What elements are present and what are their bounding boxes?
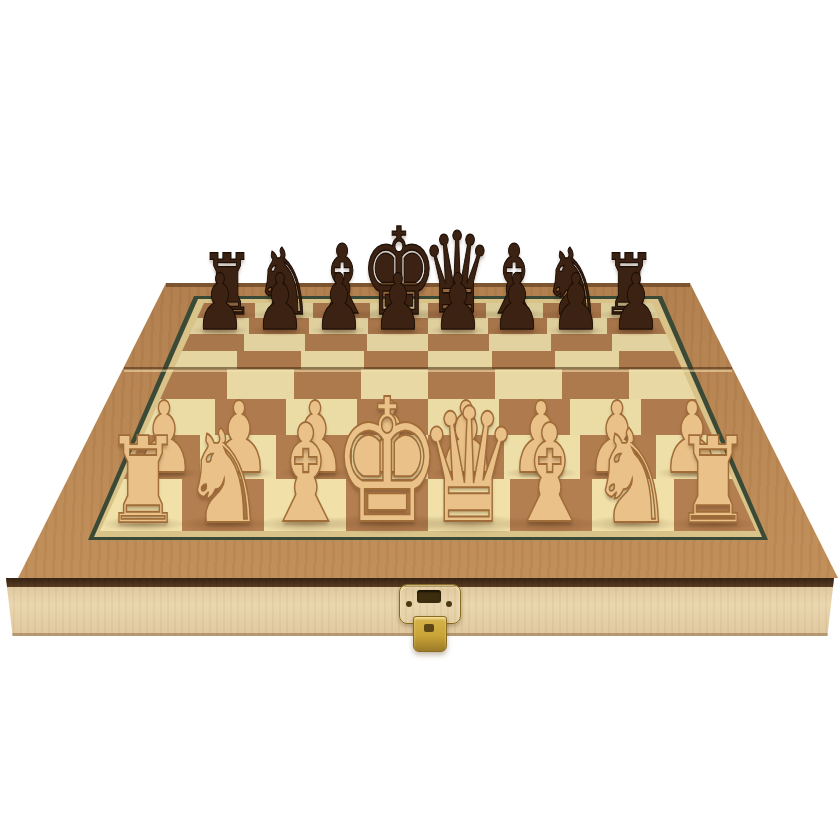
square-a1 — [100, 479, 182, 531]
square-b4 — [227, 369, 294, 399]
square-d1 — [346, 479, 428, 531]
square-f3 — [499, 399, 570, 435]
board-row-rank8 — [197, 303, 659, 318]
square-d6 — [367, 334, 428, 351]
square-f2 — [504, 435, 580, 479]
fold-seam — [124, 367, 732, 372]
square-g3 — [570, 399, 641, 435]
square-d8 — [370, 303, 428, 318]
square-e6 — [428, 334, 489, 351]
square-g4 — [562, 369, 629, 399]
square-f6 — [489, 334, 550, 351]
square-h7 — [607, 318, 667, 334]
board-row-rank2 — [124, 435, 733, 479]
square-h8 — [601, 303, 659, 318]
square-a6 — [182, 334, 243, 351]
board-row-rank6 — [182, 334, 674, 351]
square-c3 — [286, 399, 357, 435]
square-e4 — [428, 369, 495, 399]
square-a4 — [160, 369, 227, 399]
square-h1 — [674, 479, 756, 531]
square-f7 — [488, 318, 548, 334]
square-a7 — [190, 318, 250, 334]
square-c2 — [276, 435, 352, 479]
square-b1 — [182, 479, 264, 531]
latch-screw-icon — [406, 601, 412, 607]
square-g1 — [592, 479, 674, 531]
square-h2 — [656, 435, 732, 479]
square-d3 — [357, 399, 428, 435]
square-d7 — [368, 318, 428, 334]
board-row-rank7 — [190, 318, 666, 334]
board-row-rank4 — [160, 369, 696, 399]
square-a3 — [144, 399, 215, 435]
square-b6 — [244, 334, 305, 351]
square-e2 — [428, 435, 504, 479]
brass-latch — [398, 584, 460, 654]
square-g2 — [580, 435, 656, 479]
square-c6 — [305, 334, 366, 351]
square-e1 — [428, 479, 510, 531]
square-g7 — [547, 318, 607, 334]
square-e8 — [428, 303, 486, 318]
square-b7 — [249, 318, 309, 334]
square-f8 — [486, 303, 544, 318]
square-g6 — [551, 334, 612, 351]
square-h3 — [641, 399, 712, 435]
square-g8 — [543, 303, 601, 318]
square-d2 — [352, 435, 428, 479]
square-b8 — [255, 303, 313, 318]
square-b2 — [200, 435, 276, 479]
square-c4 — [294, 369, 361, 399]
latch-screw-icon — [446, 601, 452, 607]
square-a8 — [197, 303, 255, 318]
square-c1 — [264, 479, 346, 531]
board-row-rank3 — [144, 399, 712, 435]
square-h6 — [612, 334, 673, 351]
latch-notch — [424, 624, 434, 632]
square-h4 — [629, 369, 696, 399]
square-e3 — [428, 399, 499, 435]
chess-board — [0, 0, 840, 840]
board-row-rank1 — [100, 479, 756, 531]
square-b3 — [215, 399, 286, 435]
latch-slot — [417, 590, 441, 603]
square-c7 — [309, 318, 369, 334]
square-e7 — [428, 318, 488, 334]
square-a2 — [124, 435, 200, 479]
product-photo: ♜♞♝♚♛♝♞♜♟♟♟♟♟♟♟♟♟♟♟♟♟♟♟♟♜♞♝♚♛♝♞♜ — [0, 0, 840, 840]
square-c8 — [313, 303, 371, 318]
square-f1 — [510, 479, 592, 531]
square-f4 — [495, 369, 562, 399]
square-d4 — [361, 369, 428, 399]
latch-tongue — [413, 616, 447, 652]
